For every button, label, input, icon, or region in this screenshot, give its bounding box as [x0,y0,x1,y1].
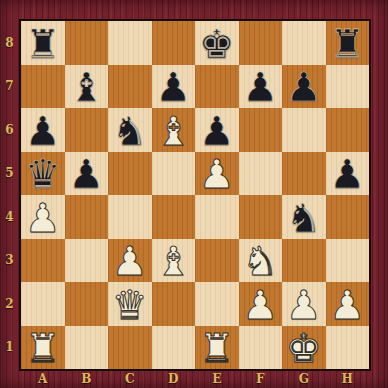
square-c8[interactable] [108,21,152,65]
square-g2[interactable]: ♟ [282,282,326,326]
white-pawn[interactable]: ♟ [329,285,365,325]
square-c5[interactable] [108,152,152,196]
square-a8[interactable]: ♜ [21,21,65,65]
square-d2[interactable] [152,282,196,326]
square-f2[interactable]: ♟ [239,282,283,326]
file-labels: ABCDEFGH [21,369,369,388]
file-label-F: F [239,369,283,388]
white-king[interactable]: ♚ [286,328,322,368]
white-bishop[interactable]: ♝ [155,241,191,281]
square-c3[interactable]: ♟ [108,239,152,283]
square-a5[interactable]: ♛ [21,152,65,196]
square-h1[interactable] [326,326,370,370]
square-f1[interactable] [239,326,283,370]
square-e5[interactable]: ♟ [195,152,239,196]
square-g8[interactable] [282,21,326,65]
square-a3[interactable] [21,239,65,283]
square-h6[interactable] [326,108,370,152]
square-b1[interactable] [65,326,109,370]
black-knight[interactable]: ♞ [286,198,322,238]
square-f4[interactable] [239,195,283,239]
black-bishop[interactable]: ♝ [68,67,104,107]
square-e3[interactable] [195,239,239,283]
square-b5[interactable]: ♟ [65,152,109,196]
square-b7[interactable]: ♝ [65,65,109,109]
rank-label-4: 4 [0,195,19,239]
black-queen[interactable]: ♛ [25,154,61,194]
square-g7[interactable]: ♟ [282,65,326,109]
white-pawn[interactable]: ♟ [286,285,322,325]
white-bishop[interactable]: ♝ [155,111,191,151]
square-e4[interactable] [195,195,239,239]
square-g1[interactable]: ♚ [282,326,326,370]
square-e1[interactable]: ♜ [195,326,239,370]
square-c6[interactable]: ♞ [108,108,152,152]
file-label-H: H [326,369,370,388]
square-d4[interactable] [152,195,196,239]
rank-label-1: 1 [0,326,19,370]
black-pawn[interactable]: ♟ [329,154,365,194]
square-f7[interactable]: ♟ [239,65,283,109]
black-pawn[interactable]: ♟ [199,111,235,151]
white-queen[interactable]: ♛ [112,285,148,325]
square-f3[interactable]: ♞ [239,239,283,283]
rank-label-8: 8 [0,21,19,65]
chess-board-window: 87654321 ABCDEFGH ♜♚♜♝♟♟♟♟♞♝♟♛♟♟♟♟♞♟♝♞♛♟… [0,0,388,388]
square-b8[interactable] [65,21,109,65]
square-g6[interactable] [282,108,326,152]
square-d5[interactable] [152,152,196,196]
square-d7[interactable]: ♟ [152,65,196,109]
rank-label-2: 2 [0,282,19,326]
black-king[interactable]: ♚ [199,24,235,64]
square-h3[interactable] [326,239,370,283]
square-a2[interactable] [21,282,65,326]
white-pawn[interactable]: ♟ [242,285,278,325]
square-e6[interactable]: ♟ [195,108,239,152]
white-rook[interactable]: ♜ [199,328,235,368]
square-e2[interactable] [195,282,239,326]
file-label-G: G [282,369,326,388]
square-e7[interactable] [195,65,239,109]
rank-label-3: 3 [0,239,19,283]
black-pawn[interactable]: ♟ [155,67,191,107]
rank-label-6: 6 [0,108,19,152]
white-rook[interactable]: ♜ [25,328,61,368]
square-a4[interactable]: ♟ [21,195,65,239]
square-d1[interactable] [152,326,196,370]
square-h8[interactable]: ♜ [326,21,370,65]
chess-board: ♜♚♜♝♟♟♟♟♞♝♟♛♟♟♟♟♞♟♝♞♛♟♟♟♜♜♚ [21,21,369,369]
rank-labels: 87654321 [0,21,19,369]
rank-label-5: 5 [0,152,19,196]
white-pawn[interactable]: ♟ [25,198,61,238]
rank-label-7: 7 [0,65,19,109]
square-c4[interactable] [108,195,152,239]
square-c2[interactable]: ♛ [108,282,152,326]
square-f6[interactable] [239,108,283,152]
square-a7[interactable] [21,65,65,109]
black-rook[interactable]: ♜ [25,24,61,64]
file-label-D: D [152,369,196,388]
square-h7[interactable] [326,65,370,109]
black-pawn[interactable]: ♟ [242,67,278,107]
black-pawn[interactable]: ♟ [286,67,322,107]
file-label-A: A [21,369,65,388]
square-h5[interactable]: ♟ [326,152,370,196]
black-pawn[interactable]: ♟ [68,154,104,194]
square-d6[interactable]: ♝ [152,108,196,152]
file-label-C: C [108,369,152,388]
black-knight[interactable]: ♞ [112,111,148,151]
square-a6[interactable]: ♟ [21,108,65,152]
square-a1[interactable]: ♜ [21,326,65,370]
square-b6[interactable] [65,108,109,152]
square-b4[interactable] [65,195,109,239]
square-d8[interactable] [152,21,196,65]
white-pawn[interactable]: ♟ [199,154,235,194]
square-c7[interactable] [108,65,152,109]
square-h2[interactable]: ♟ [326,282,370,326]
square-e8[interactable]: ♚ [195,21,239,65]
black-pawn[interactable]: ♟ [25,111,61,151]
file-label-B: B [65,369,109,388]
file-label-E: E [195,369,239,388]
board-frame: ♜♚♜♝♟♟♟♟♞♝♟♛♟♟♟♟♞♟♝♞♛♟♟♟♜♜♚ [19,19,371,371]
square-f5[interactable] [239,152,283,196]
square-d3[interactable]: ♝ [152,239,196,283]
square-b2[interactable] [65,282,109,326]
square-c1[interactable] [108,326,152,370]
white-pawn[interactable]: ♟ [112,241,148,281]
square-g3[interactable] [282,239,326,283]
square-b3[interactable] [65,239,109,283]
square-g4[interactable]: ♞ [282,195,326,239]
square-g5[interactable] [282,152,326,196]
square-f8[interactable] [239,21,283,65]
black-rook[interactable]: ♜ [329,24,365,64]
square-h4[interactable] [326,195,370,239]
white-knight[interactable]: ♞ [242,241,278,281]
